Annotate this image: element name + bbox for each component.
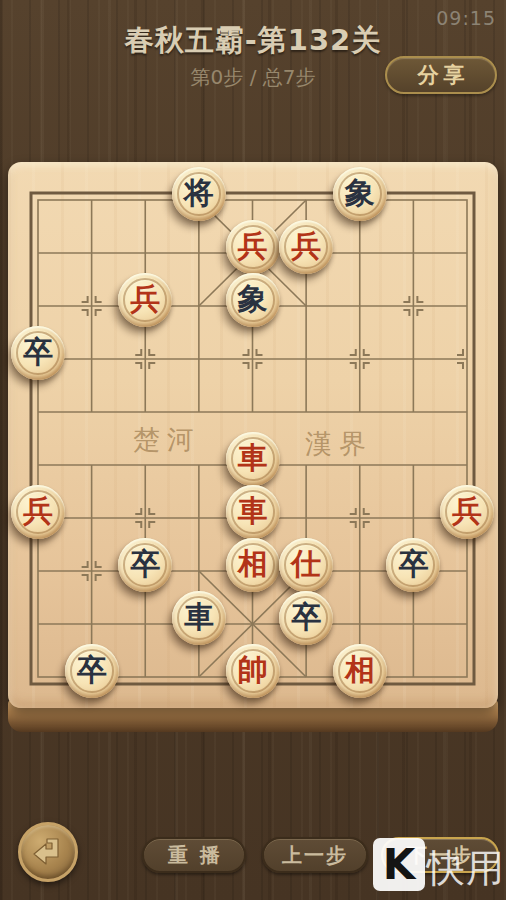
piece-label: 卒: [23, 337, 53, 367]
previous-step-button[interactable]: 上一步: [262, 837, 368, 873]
pieces-layer: 将象兵兵兵象卒車兵車兵卒相仕卒車卒卒帥相: [8, 162, 498, 708]
piece-label: 卒: [291, 602, 321, 632]
watermark-logo: K: [373, 838, 425, 891]
level-title: 春秋五霸-第132关: [0, 21, 506, 61]
piece-卒-black[interactable]: 卒: [279, 591, 333, 645]
piece-label: 帥: [238, 655, 268, 685]
return-arrow-icon: [31, 838, 65, 866]
replay-button[interactable]: 重播: [142, 837, 246, 873]
back-button[interactable]: [18, 822, 78, 882]
piece-label: 象: [238, 284, 268, 314]
piece-車-red[interactable]: 車: [226, 432, 280, 486]
piece-兵-red[interactable]: 兵: [118, 273, 172, 327]
piece-兵-red[interactable]: 兵: [226, 220, 280, 274]
piece-卒-black[interactable]: 卒: [65, 644, 119, 698]
piece-label: 卒: [130, 549, 160, 579]
piece-兵-red[interactable]: 兵: [440, 485, 494, 539]
piece-卒-black[interactable]: 卒: [118, 538, 172, 592]
piece-仕-red[interactable]: 仕: [279, 538, 333, 592]
piece-label: 将: [184, 178, 214, 208]
piece-label: 相: [345, 655, 375, 685]
piece-label: 車: [238, 443, 268, 473]
piece-label: 卒: [77, 655, 107, 685]
piece-象-black[interactable]: 象: [226, 273, 280, 327]
piece-label: 象: [345, 178, 375, 208]
piece-label: 兵: [238, 231, 268, 261]
piece-車-red[interactable]: 車: [226, 485, 280, 539]
watermark-text: 快用: [427, 843, 505, 894]
piece-兵-red[interactable]: 兵: [11, 485, 65, 539]
piece-label: 仕: [291, 549, 321, 579]
piece-label: 兵: [452, 496, 482, 526]
piece-label: 兵: [23, 496, 53, 526]
piece-帥-red[interactable]: 帥: [226, 644, 280, 698]
piece-相-red[interactable]: 相: [226, 538, 280, 592]
piece-将-black[interactable]: 将: [172, 167, 226, 221]
piece-車-black[interactable]: 車: [172, 591, 226, 645]
piece-相-red[interactable]: 相: [333, 644, 387, 698]
piece-label: 卒: [398, 549, 428, 579]
piece-label: 車: [184, 602, 214, 632]
piece-label: 相: [238, 549, 268, 579]
piece-象-black[interactable]: 象: [333, 167, 387, 221]
piece-label: 車: [238, 496, 268, 526]
piece-label: 兵: [130, 284, 160, 314]
xiangqi-app-screen: 09:15 春秋五霸-第132关 第0步 / 总7步 分享 楚河 漢界 将象兵兵…: [0, 0, 506, 900]
piece-兵-red[interactable]: 兵: [279, 220, 333, 274]
piece-卒-black[interactable]: 卒: [11, 326, 65, 380]
share-button[interactable]: 分享: [385, 56, 497, 94]
piece-卒-black[interactable]: 卒: [386, 538, 440, 592]
piece-label: 兵: [291, 231, 321, 261]
